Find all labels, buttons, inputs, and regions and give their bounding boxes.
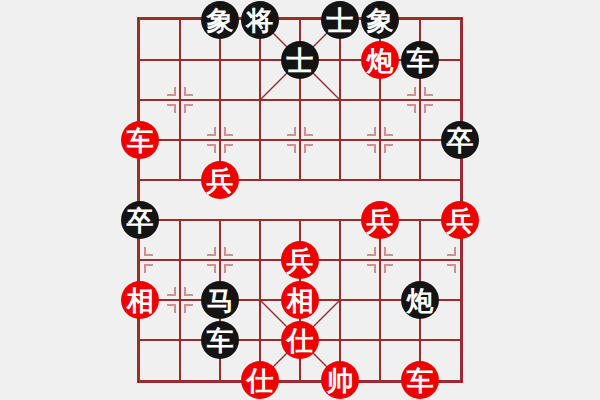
piece-red-chariot[interactable]: 车 [121, 121, 159, 159]
piece-red-soldier[interactable]: 兵 [201, 161, 239, 199]
piece-black-cannon[interactable]: 炮 [401, 281, 439, 319]
piece-red-elephant[interactable]: 相 [121, 281, 159, 319]
piece-black-elephant[interactable]: 象 [201, 1, 239, 39]
piece-red-advisor[interactable]: 仕 [241, 361, 279, 399]
piece-red-soldier[interactable]: 兵 [361, 201, 399, 239]
piece-black-general[interactable]: 将 [241, 1, 279, 39]
xiangqi-board: 象将士象士炮车车卒兵卒兵兵兵相马相炮车仕仕帅车 [0, 0, 600, 400]
piece-black-chariot[interactable]: 车 [201, 321, 239, 359]
piece-black-soldier[interactable]: 卒 [441, 121, 479, 159]
piece-black-chariot[interactable]: 车 [401, 41, 439, 79]
piece-black-horse[interactable]: 马 [201, 281, 239, 319]
piece-black-advisor[interactable]: 士 [321, 1, 359, 39]
piece-red-chariot[interactable]: 车 [401, 361, 439, 399]
piece-black-elephant[interactable]: 象 [361, 1, 399, 39]
piece-red-advisor[interactable]: 仕 [281, 321, 319, 359]
piece-red-elephant[interactable]: 相 [281, 281, 319, 319]
piece-red-general[interactable]: 帅 [321, 361, 359, 399]
pieces-layer: 象将士象士炮车车卒兵卒兵兵兵相马相炮车仕仕帅车 [120, 0, 480, 400]
piece-red-soldier[interactable]: 兵 [441, 201, 479, 239]
piece-red-soldier[interactable]: 兵 [281, 241, 319, 279]
piece-red-cannon[interactable]: 炮 [361, 41, 399, 79]
piece-black-soldier[interactable]: 卒 [121, 201, 159, 239]
piece-black-advisor[interactable]: 士 [281, 41, 319, 79]
